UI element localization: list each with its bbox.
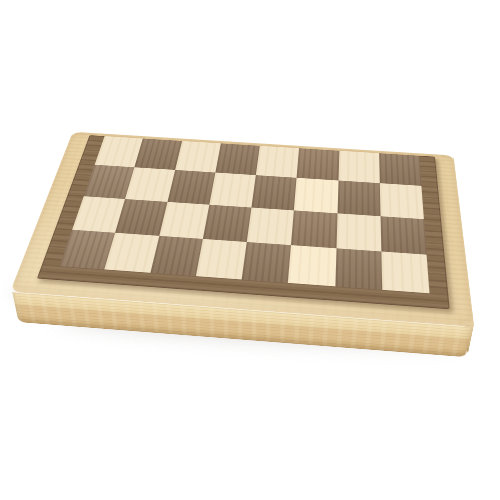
board-square [294,178,338,213]
board-square [150,236,203,276]
board-square [288,245,336,286]
checkerboard-grid [60,136,430,293]
board-square [379,153,422,186]
board-square [336,213,381,251]
board-square [297,148,339,180]
board-square [247,207,294,245]
board-square [175,141,221,173]
product-photo [0,0,500,500]
board-square [380,216,426,255]
board-square [337,181,380,216]
chessboard-box [10,132,474,327]
board-square [242,242,292,283]
board-square [380,183,424,219]
board-square [338,151,380,184]
board-square [256,146,299,178]
board-square [251,175,296,210]
board-square [60,230,116,270]
board-square [291,210,337,248]
board-square [72,196,125,233]
board-square [215,143,260,175]
board-square [159,202,209,239]
board-square [209,173,256,208]
board-square [203,204,252,241]
board-square [196,239,247,280]
scene [0,0,500,500]
walnut-board-panel [37,135,450,309]
board-square [381,251,429,293]
board-square [105,233,159,273]
board-square [167,170,215,204]
board-square [335,248,382,290]
board-square [115,199,167,236]
